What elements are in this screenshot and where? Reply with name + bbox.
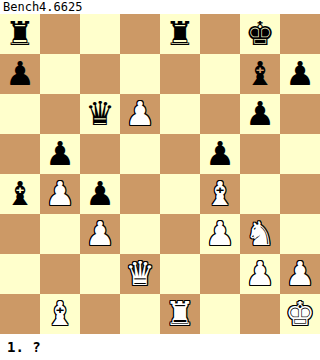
piece-white-knight: ♞ <box>245 214 275 254</box>
piece-white-pawn: ♟ <box>125 94 155 134</box>
square-b1[interactable]: ♝ <box>40 294 80 334</box>
square-g3[interactable]: ♞ <box>240 214 280 254</box>
square-g6[interactable]: ♟ <box>240 94 280 134</box>
move-prompt: 1. ? <box>0 339 41 355</box>
square-h2[interactable]: ♟ <box>280 254 320 294</box>
square-b4[interactable]: ♟ <box>40 174 80 214</box>
square-d1[interactable] <box>120 294 160 334</box>
title-bar: Bench4.6625 <box>0 0 320 14</box>
chess-app-window: Bench4.6625 ♜♜♚♟♝♟♛♟♟♟♟♝♟♟♝♟♟♞♛♟♟♝♜♚ 1. … <box>0 0 320 360</box>
square-d4[interactable] <box>120 174 160 214</box>
piece-black-rook: ♜ <box>5 14 35 54</box>
square-b6[interactable] <box>40 94 80 134</box>
square-e8[interactable]: ♜ <box>160 14 200 54</box>
square-e4[interactable] <box>160 174 200 214</box>
square-g4[interactable] <box>240 174 280 214</box>
square-d5[interactable] <box>120 134 160 174</box>
square-g2[interactable]: ♟ <box>240 254 280 294</box>
piece-white-bishop: ♝ <box>205 174 235 214</box>
square-a1[interactable] <box>0 294 40 334</box>
square-b5[interactable]: ♟ <box>40 134 80 174</box>
square-h5[interactable] <box>280 134 320 174</box>
square-f4[interactable]: ♝ <box>200 174 240 214</box>
piece-white-bishop: ♝ <box>45 294 75 334</box>
square-h1[interactable]: ♚ <box>280 294 320 334</box>
square-d8[interactable] <box>120 14 160 54</box>
square-c1[interactable] <box>80 294 120 334</box>
square-e6[interactable] <box>160 94 200 134</box>
square-h4[interactable] <box>280 174 320 214</box>
piece-black-queen: ♛ <box>85 94 115 134</box>
piece-black-bishop: ♝ <box>245 54 275 94</box>
square-a3[interactable] <box>0 214 40 254</box>
piece-black-pawn: ♟ <box>85 174 115 214</box>
square-c3[interactable]: ♟ <box>80 214 120 254</box>
square-a5[interactable] <box>0 134 40 174</box>
square-e1[interactable]: ♜ <box>160 294 200 334</box>
piece-white-pawn: ♟ <box>45 174 75 214</box>
square-e5[interactable] <box>160 134 200 174</box>
square-a4[interactable]: ♝ <box>0 174 40 214</box>
piece-white-pawn: ♟ <box>205 214 235 254</box>
square-b2[interactable] <box>40 254 80 294</box>
piece-black-rook: ♜ <box>165 14 195 54</box>
piece-black-pawn: ♟ <box>45 134 75 174</box>
square-d6[interactable]: ♟ <box>120 94 160 134</box>
square-h3[interactable] <box>280 214 320 254</box>
piece-white-pawn: ♟ <box>285 254 315 294</box>
piece-white-king: ♚ <box>285 294 315 334</box>
square-h6[interactable] <box>280 94 320 134</box>
square-a2[interactable] <box>0 254 40 294</box>
square-a8[interactable]: ♜ <box>0 14 40 54</box>
piece-black-pawn: ♟ <box>245 94 275 134</box>
chess-board: ♜♜♚♟♝♟♛♟♟♟♟♝♟♟♝♟♟♞♛♟♟♝♜♚ <box>0 14 320 334</box>
square-c4[interactable]: ♟ <box>80 174 120 214</box>
piece-white-pawn: ♟ <box>85 214 115 254</box>
square-f8[interactable] <box>200 14 240 54</box>
square-e7[interactable] <box>160 54 200 94</box>
square-c2[interactable] <box>80 254 120 294</box>
piece-white-rook: ♜ <box>165 294 195 334</box>
status-bar: 1. ? <box>0 334 320 360</box>
piece-black-pawn: ♟ <box>285 54 315 94</box>
piece-black-pawn: ♟ <box>205 134 235 174</box>
square-f3[interactable]: ♟ <box>200 214 240 254</box>
square-e2[interactable] <box>160 254 200 294</box>
square-g1[interactable] <box>240 294 280 334</box>
square-d2[interactable]: ♛ <box>120 254 160 294</box>
square-g7[interactable]: ♝ <box>240 54 280 94</box>
square-b3[interactable] <box>40 214 80 254</box>
square-f1[interactable] <box>200 294 240 334</box>
square-e3[interactable] <box>160 214 200 254</box>
square-g8[interactable]: ♚ <box>240 14 280 54</box>
piece-white-queen: ♛ <box>125 254 155 294</box>
square-f2[interactable] <box>200 254 240 294</box>
square-c6[interactable]: ♛ <box>80 94 120 134</box>
square-a7[interactable]: ♟ <box>0 54 40 94</box>
square-f7[interactable] <box>200 54 240 94</box>
square-b7[interactable] <box>40 54 80 94</box>
square-d3[interactable] <box>120 214 160 254</box>
piece-white-pawn: ♟ <box>245 254 275 294</box>
square-f6[interactable] <box>200 94 240 134</box>
piece-black-pawn: ♟ <box>5 54 35 94</box>
square-h7[interactable]: ♟ <box>280 54 320 94</box>
square-a6[interactable] <box>0 94 40 134</box>
square-f5[interactable]: ♟ <box>200 134 240 174</box>
piece-black-bishop: ♝ <box>5 174 35 214</box>
square-h8[interactable] <box>280 14 320 54</box>
square-b8[interactable] <box>40 14 80 54</box>
square-g5[interactable] <box>240 134 280 174</box>
piece-black-king: ♚ <box>245 14 275 54</box>
square-c7[interactable] <box>80 54 120 94</box>
square-c8[interactable] <box>80 14 120 54</box>
square-c5[interactable] <box>80 134 120 174</box>
window-title: Bench4.6625 <box>0 0 82 14</box>
square-d7[interactable] <box>120 54 160 94</box>
